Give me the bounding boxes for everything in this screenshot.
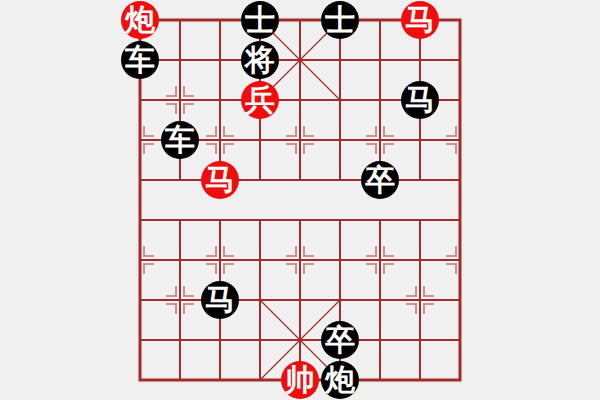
piece-black-pawn-2[interactable]: 卒 [321,321,359,359]
piece-red-general[interactable]: 帅 [281,361,319,399]
piece-red-horse-2[interactable]: 马 [201,161,239,199]
piece-black-horse-1[interactable]: 马 [401,81,439,119]
board-grid [0,0,600,400]
piece-black-chariot-2[interactable]: 车 [161,121,199,159]
piece-red-cannon[interactable]: 炮 [121,1,159,39]
piece-black-cannon[interactable]: 炮 [321,361,359,399]
piece-red-horse-1[interactable]: 马 [401,1,439,39]
xiangqi-board: 炮士士马车将兵马车马卒马卒帅炮 [0,0,600,400]
piece-black-advisor-1[interactable]: 士 [241,1,279,39]
piece-red-pawn[interactable]: 兵 [241,81,279,119]
piece-black-general[interactable]: 将 [241,41,279,79]
piece-black-advisor-2[interactable]: 士 [321,1,359,39]
piece-black-horse-2[interactable]: 马 [201,281,239,319]
piece-black-chariot-1[interactable]: 车 [121,41,159,79]
piece-black-pawn-1[interactable]: 卒 [361,161,399,199]
